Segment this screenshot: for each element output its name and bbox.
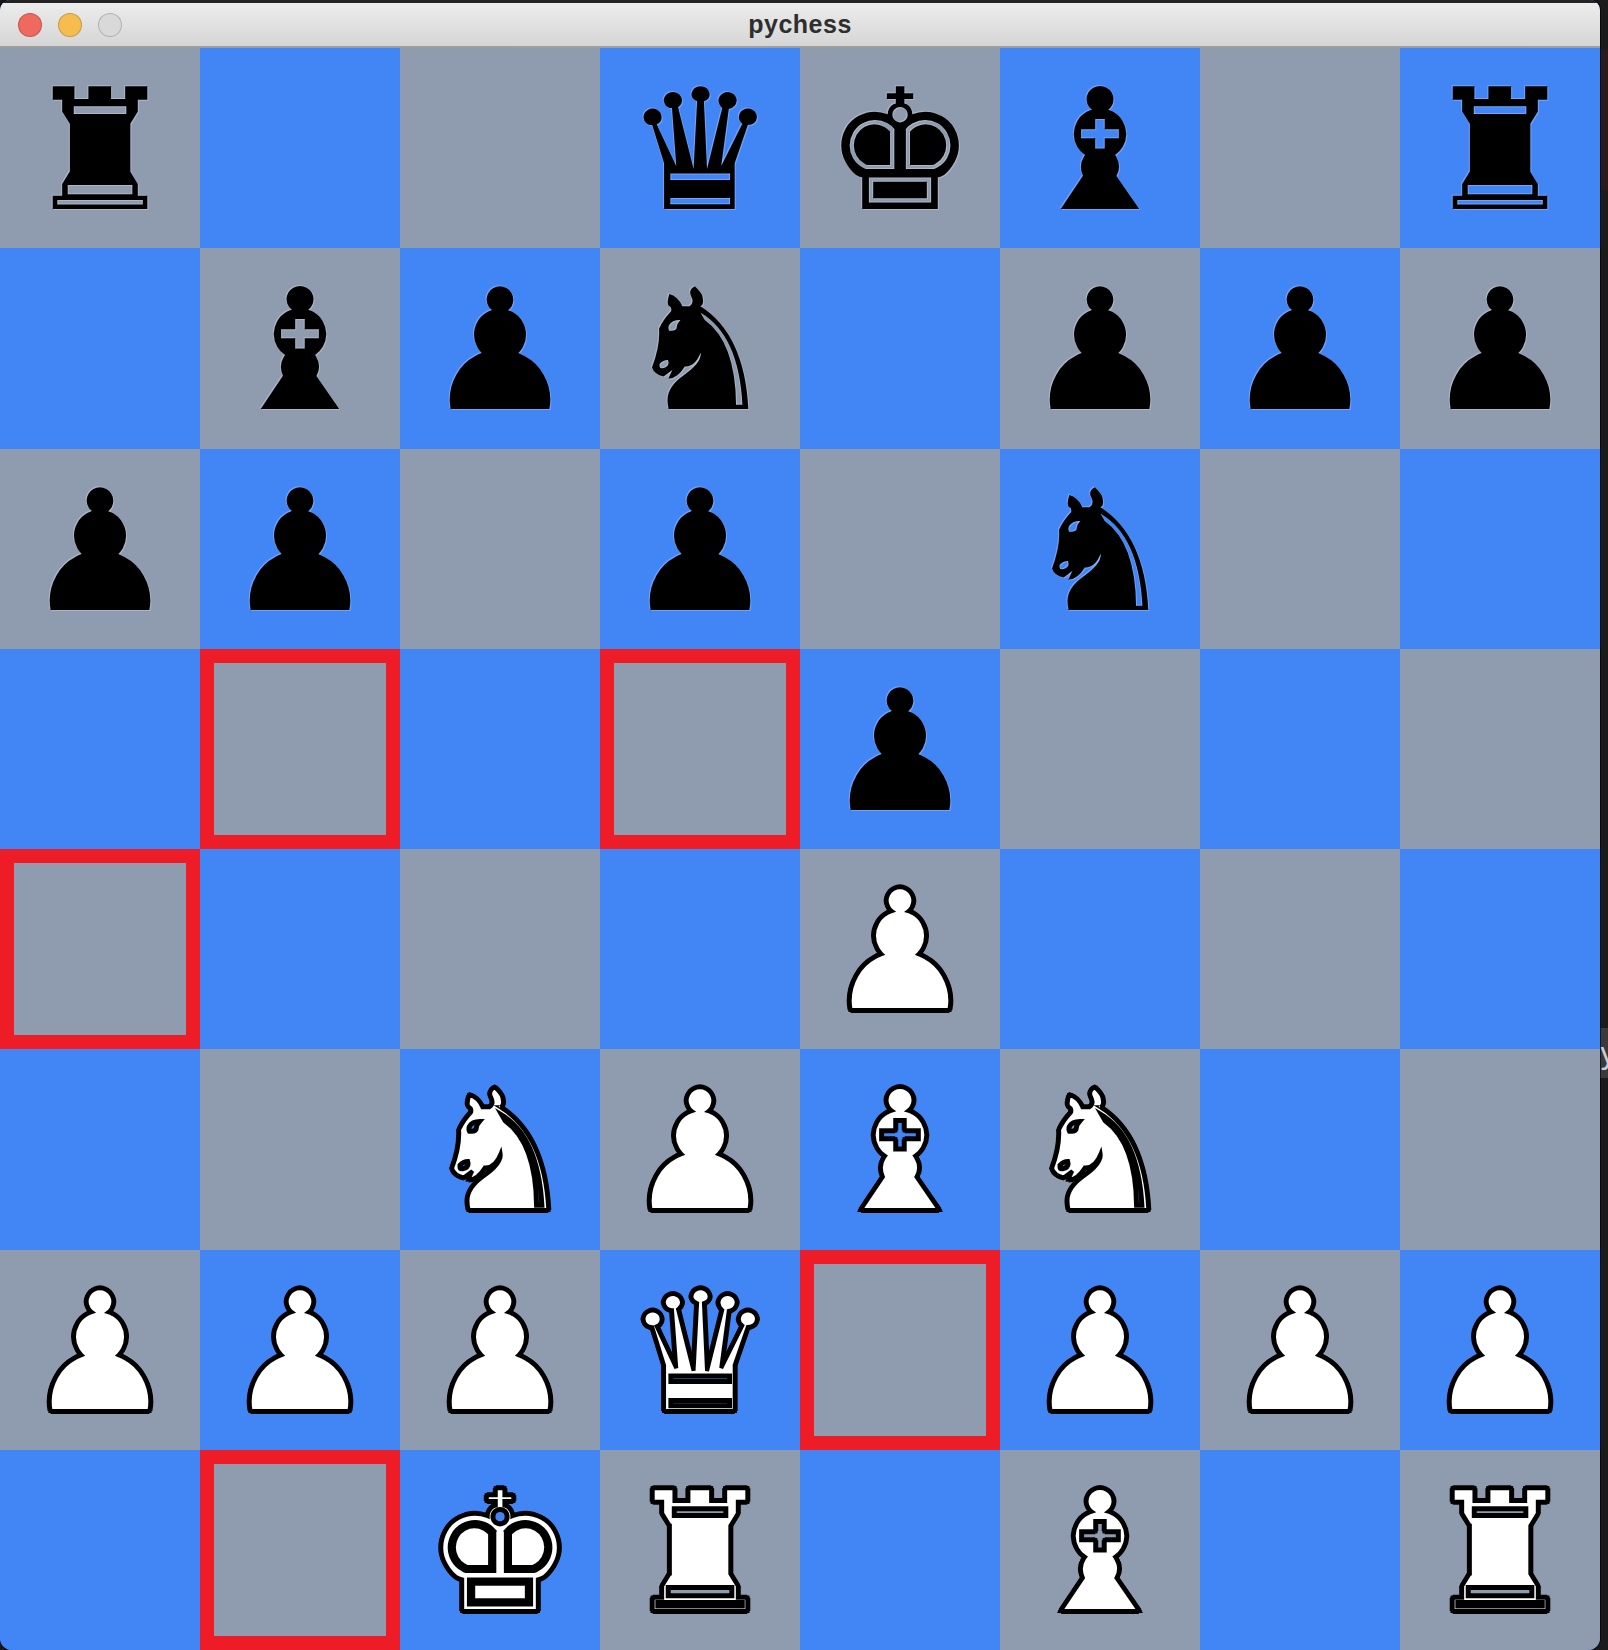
square-h7[interactable]: ♟ [1400,248,1600,448]
square-b7[interactable]: ♝ [200,248,400,448]
square-g4[interactable] [1200,849,1400,1049]
square-a1[interactable] [0,1450,200,1650]
square-c8[interactable] [400,48,600,248]
square-c7[interactable]: ♟ [400,248,600,448]
chess-board: ♜♛♚♝♜♝♟♞♟♟♟♟♟♟♞♟♟♞♟♝♞♟♟♟♛♟♟♟♚♜♝♜ [0,48,1600,1650]
window-titlebar[interactable]: pychess [0,0,1600,48]
white-queen[interactable]: ♛ [625,1269,776,1437]
square-f2[interactable]: ♟ [1000,1250,1200,1450]
white-bishop[interactable]: ♝ [825,1068,976,1236]
square-c1[interactable]: ♚ [400,1450,600,1650]
black-pawn[interactable]: ♟ [425,267,576,435]
square-e4[interactable]: ♟ [800,849,1000,1049]
white-pawn[interactable]: ♟ [825,868,976,1036]
black-knight[interactable]: ♞ [625,267,776,435]
square-a2[interactable]: ♟ [0,1250,200,1450]
white-knight[interactable]: ♞ [1025,1068,1176,1236]
square-e8[interactable]: ♚ [800,48,1000,248]
square-c2[interactable]: ♟ [400,1250,600,1450]
square-e2[interactable] [800,1250,1000,1450]
square-c5[interactable] [400,649,600,849]
square-h1[interactable]: ♜ [1400,1450,1600,1650]
black-pawn[interactable]: ♟ [625,468,776,636]
square-g7[interactable]: ♟ [1200,248,1400,448]
square-a4[interactable] [0,849,200,1049]
black-rook[interactable]: ♜ [1425,67,1576,235]
square-g8[interactable] [1200,48,1400,248]
square-a7[interactable] [0,248,200,448]
square-h8[interactable]: ♜ [1400,48,1600,248]
black-pawn[interactable]: ♟ [1425,267,1576,435]
black-bishop[interactable]: ♝ [1025,67,1176,235]
white-pawn[interactable]: ♟ [425,1269,576,1437]
white-pawn[interactable]: ♟ [25,1269,176,1437]
square-a3[interactable] [0,1049,200,1249]
square-f7[interactable]: ♟ [1000,248,1200,448]
square-c6[interactable] [400,449,600,649]
minimize-button[interactable] [58,13,82,37]
white-pawn[interactable]: ♟ [1025,1269,1176,1437]
square-d7[interactable]: ♞ [600,248,800,448]
square-b8[interactable] [200,48,400,248]
square-d1[interactable]: ♜ [600,1450,800,1650]
square-h3[interactable] [1400,1049,1600,1249]
square-b2[interactable]: ♟ [200,1250,400,1450]
white-pawn[interactable]: ♟ [625,1068,776,1236]
square-f1[interactable]: ♝ [1000,1450,1200,1650]
square-d4[interactable] [600,849,800,1049]
white-king[interactable]: ♚ [425,1469,576,1637]
square-g1[interactable] [1200,1450,1400,1650]
white-pawn[interactable]: ♟ [1425,1269,1576,1437]
background-window-shade [1600,50,1608,190]
black-queen[interactable]: ♛ [625,67,776,235]
black-pawn[interactable]: ♟ [1025,267,1176,435]
square-f6[interactable]: ♞ [1000,449,1200,649]
background-window-text: y [1599,1036,1608,1080]
square-f5[interactable] [1000,649,1200,849]
square-c4[interactable] [400,849,600,1049]
square-g3[interactable] [1200,1049,1400,1249]
black-knight[interactable]: ♞ [1025,468,1176,636]
square-e3[interactable]: ♝ [800,1049,1000,1249]
white-bishop[interactable]: ♝ [1025,1469,1176,1637]
square-g2[interactable]: ♟ [1200,1250,1400,1450]
square-c3[interactable]: ♞ [400,1049,600,1249]
white-rook[interactable]: ♜ [625,1469,776,1637]
square-d6[interactable]: ♟ [600,449,800,649]
square-f4[interactable] [1000,849,1200,1049]
pychess-window: pychess ♜♛♚♝♜♝♟♞♟♟♟♟♟♟♞♟♟♞♟♝♞♟♟♟♛♟♟♟♚♜♝♜ [0,0,1600,1650]
square-f8[interactable]: ♝ [1000,48,1200,248]
square-e6[interactable] [800,449,1000,649]
square-d3[interactable]: ♟ [600,1049,800,1249]
black-bishop[interactable]: ♝ [225,267,376,435]
square-d2[interactable]: ♛ [600,1250,800,1450]
square-a8[interactable]: ♜ [0,48,200,248]
square-h6[interactable] [1400,449,1600,649]
square-h2[interactable]: ♟ [1400,1250,1600,1450]
black-king[interactable]: ♚ [825,67,976,235]
black-pawn[interactable]: ♟ [225,468,376,636]
square-e5[interactable]: ♟ [800,649,1000,849]
black-pawn[interactable]: ♟ [25,468,176,636]
white-pawn[interactable]: ♟ [1225,1269,1376,1437]
square-g5[interactable] [1200,649,1400,849]
window-title: pychess [748,10,852,39]
zoom-button[interactable] [98,13,122,37]
square-d8[interactable]: ♛ [600,48,800,248]
square-f3[interactable]: ♞ [1000,1049,1200,1249]
background-window-strip [1600,0,1608,1650]
square-h5[interactable] [1400,649,1600,849]
close-button[interactable] [18,13,42,37]
white-knight[interactable]: ♞ [425,1068,576,1236]
white-rook[interactable]: ♜ [1425,1469,1576,1637]
square-b6[interactable]: ♟ [200,449,400,649]
square-b3[interactable] [200,1049,400,1249]
traffic-light-buttons [18,3,122,46]
square-b4[interactable] [200,849,400,1049]
square-b1[interactable] [200,1450,400,1650]
black-pawn[interactable]: ♟ [1225,267,1376,435]
square-e1[interactable] [800,1450,1000,1650]
square-e7[interactable] [800,248,1000,448]
white-pawn[interactable]: ♟ [225,1269,376,1437]
square-a6[interactable]: ♟ [0,449,200,649]
square-d5[interactable] [600,649,800,849]
black-pawn[interactable]: ♟ [825,668,976,836]
square-a5[interactable] [0,649,200,849]
square-h4[interactable] [1400,849,1600,1049]
square-g6[interactable] [1200,449,1400,649]
square-b5[interactable] [200,649,400,849]
black-rook[interactable]: ♜ [25,67,176,235]
